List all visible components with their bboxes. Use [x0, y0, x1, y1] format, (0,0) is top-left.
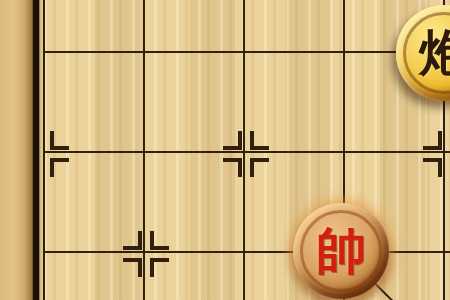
marker-c4-soldier-point-br	[250, 158, 269, 177]
file-line-1	[143, 0, 145, 300]
marker-b3-cannon-point-br	[150, 258, 169, 277]
black-cannon-glyph: 炮	[419, 24, 450, 82]
rank-line-0	[43, 51, 450, 53]
marker-c4-soldier-point-tl	[223, 131, 242, 150]
marker-e4-soldier-point-tl	[423, 131, 442, 150]
marker-e4-soldier-point-bl	[423, 158, 442, 177]
piece-red-general[interactable]: 帥	[293, 203, 389, 299]
marker-b3-cannon-point-tl	[123, 231, 142, 250]
rank-line-1	[43, 151, 450, 153]
board-outer-border	[33, 0, 39, 300]
xiangqi-board[interactable]: 炮 帥	[0, 0, 450, 300]
piece-black-cannon[interactable]: 炮	[396, 5, 450, 101]
file-line-2	[243, 0, 245, 300]
board-left-margin	[0, 0, 33, 300]
marker-a4-soldier-point-tr	[50, 131, 69, 150]
marker-c4-soldier-point-bl	[223, 158, 242, 177]
red-general-glyph: 帥	[316, 222, 366, 280]
marker-b3-cannon-point-tr	[150, 231, 169, 250]
marker-c4-soldier-point-tr	[250, 131, 269, 150]
marker-b3-cannon-point-bl	[123, 258, 142, 277]
file-line-0	[43, 0, 45, 300]
marker-a4-soldier-point-br	[50, 158, 69, 177]
